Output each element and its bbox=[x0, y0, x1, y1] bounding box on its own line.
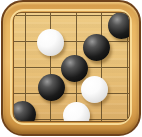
board-cell[interactable] bbox=[128, 94, 131, 120]
board-cell[interactable] bbox=[128, 68, 131, 94]
black-stone[interactable] bbox=[38, 74, 65, 101]
board-cell[interactable] bbox=[102, 120, 128, 122]
black-stone[interactable] bbox=[83, 34, 110, 61]
board-cell[interactable] bbox=[102, 94, 128, 120]
board-cell[interactable] bbox=[13, 42, 26, 68]
white-stone[interactable] bbox=[81, 76, 108, 103]
board-cell[interactable] bbox=[128, 42, 131, 68]
screenshot-stage bbox=[0, 0, 142, 137]
white-stone[interactable] bbox=[37, 29, 64, 56]
gomoku-app-icon[interactable] bbox=[1, 0, 141, 136]
board-surface bbox=[14, 13, 129, 121]
board-cell[interactable] bbox=[13, 68, 26, 94]
board-cell[interactable] bbox=[13, 16, 26, 42]
go-board[interactable] bbox=[13, 12, 130, 122]
black-stone[interactable] bbox=[108, 12, 130, 39]
black-stone[interactable] bbox=[61, 55, 88, 82]
